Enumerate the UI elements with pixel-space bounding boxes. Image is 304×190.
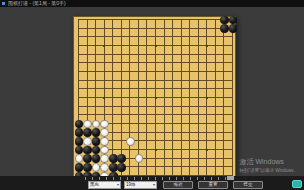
white-stone bbox=[100, 163, 109, 172]
move-slider[interactable] bbox=[85, 177, 235, 180]
black-stone bbox=[75, 163, 84, 172]
star-point bbox=[155, 45, 157, 47]
black-stone bbox=[109, 154, 118, 163]
windows-activation-watermark: 激活 Windows 转到“设置”以激活 Windows。 bbox=[239, 157, 298, 173]
size-select-value: 19路 bbox=[126, 182, 136, 188]
bottom-toolbar: 黑先 ▾ 19路 ▾ 悔棋 重置 提交 bbox=[0, 176, 304, 190]
black-stone bbox=[83, 154, 92, 163]
white-stone bbox=[100, 154, 109, 163]
black-stone bbox=[229, 24, 238, 33]
white-stone bbox=[100, 120, 109, 129]
black-stone bbox=[83, 128, 92, 137]
black-stone bbox=[75, 128, 84, 137]
white-stone bbox=[100, 128, 109, 137]
title-bar: 围棋打谱 - (第1局 - 第0手) bbox=[0, 0, 304, 7]
white-stone bbox=[83, 120, 92, 129]
mode-select[interactable]: 黑先 ▾ bbox=[88, 181, 121, 189]
watermark-line1: 激活 Windows bbox=[239, 157, 298, 167]
white-stone bbox=[126, 137, 135, 146]
white-stone bbox=[75, 154, 84, 163]
star-point bbox=[206, 97, 208, 99]
black-stone bbox=[75, 137, 84, 146]
star-point bbox=[206, 45, 208, 47]
black-stone bbox=[220, 16, 229, 25]
black-stone bbox=[117, 154, 126, 163]
mode-select-value: 黑先 bbox=[90, 182, 99, 188]
black-stone bbox=[83, 163, 92, 172]
chevron-down-icon: ▾ bbox=[153, 182, 155, 188]
white-stone bbox=[83, 137, 92, 146]
black-stone bbox=[92, 137, 101, 146]
chevron-down-icon: ▾ bbox=[117, 182, 119, 188]
white-stone bbox=[100, 146, 109, 155]
white-stone bbox=[135, 154, 144, 163]
black-stone bbox=[229, 16, 238, 25]
black-stone bbox=[117, 163, 126, 172]
size-select[interactable]: 19路 ▾ bbox=[124, 181, 157, 189]
window-title: 围棋打谱 - (第1局 - 第0手) bbox=[8, 0, 66, 7]
submit-button[interactable]: 提交 bbox=[233, 181, 263, 189]
white-stone bbox=[100, 137, 109, 146]
star-point bbox=[155, 97, 157, 99]
white-stone bbox=[92, 163, 101, 172]
watermark-line2: 转到“设置”以激活 Windows。 bbox=[239, 168, 298, 173]
go-board[interactable] bbox=[73, 16, 236, 180]
star-point bbox=[103, 97, 105, 99]
accent-button[interactable] bbox=[292, 180, 302, 188]
black-stone bbox=[220, 24, 229, 33]
workspace: 激活 Windows 转到“设置”以激活 Windows。 bbox=[0, 7, 304, 176]
app-icon bbox=[2, 2, 5, 5]
undo-button[interactable]: 悔棋 bbox=[163, 181, 193, 189]
star-point bbox=[103, 45, 105, 47]
reset-button[interactable]: 重置 bbox=[198, 181, 228, 189]
slider-thumb[interactable] bbox=[227, 176, 234, 180]
star-point bbox=[155, 149, 157, 151]
black-stone bbox=[109, 163, 118, 172]
black-stone bbox=[83, 146, 92, 155]
star-point bbox=[206, 149, 208, 151]
